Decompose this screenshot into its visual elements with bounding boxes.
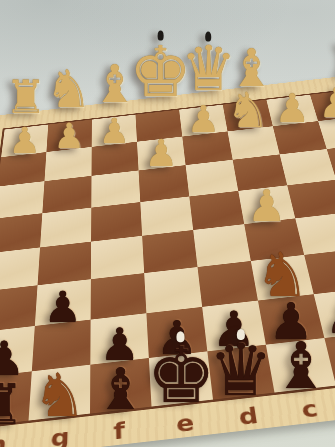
white-king-finial-tip [157,30,163,40]
piece-black-rook-h8[interactable]: ♜ [0,376,25,432]
square-e5[interactable] [142,230,197,273]
piece-white-pawn-d1[interactable]: ♟ [187,102,220,139]
piece-white-knight-tray[interactable]: ♞ [45,63,92,115]
square-d5[interactable] [193,224,251,267]
piece-black-king-e8[interactable]: ♚ [146,337,215,414]
white-queen-finial-tip [206,31,212,41]
piece-white-pawn-h1[interactable]: ♟ [9,123,41,159]
piece-black-bishop-f8[interactable]: ♝ [95,361,146,418]
piece-white-pawn-e2[interactable]: ♟ [145,136,178,173]
square-f6[interactable] [91,273,147,320]
piece-white-pawn-c4[interactable]: ♟ [247,184,286,228]
piece-black-knight-g8[interactable]: ♞ [33,366,87,426]
piece-white-rook-tray[interactable]: ♜ [5,73,46,119]
piece-white-rook-tray[interactable]: ♜ [330,36,335,82]
piece-white-pawn-b1[interactable]: ♟ [274,89,310,129]
piece-white-pawn-g1[interactable]: ♟ [54,119,85,154]
black-king-finial-tip [177,331,185,342]
piece-black-queen-d8[interactable]: ♛ [209,335,273,407]
square-d6[interactable] [197,261,257,307]
chess-photo-canvas: hgfedcba12345678 ♝♛♚♝♞♜♟♟♟♟♟♟♞♟♟♟♟♟♞♟♟♟♟… [0,0,335,447]
piece-black-bishop-c8[interactable]: ♝ [272,334,330,398]
piece-white-knight-c1[interactable]: ♞ [226,87,269,135]
square-b4[interactable] [287,179,335,218]
piece-white-bishop-tray[interactable]: ♝ [91,58,138,110]
black-queen-finial-tip [237,329,245,340]
piece-white-king-tray[interactable]: ♚ [129,37,192,107]
square-e6[interactable] [144,267,202,314]
piece-white-pawn-a1[interactable]: ♟ [318,83,335,124]
square-g5[interactable] [38,242,92,285]
square-f5[interactable] [91,236,144,279]
piece-black-pawn-g6[interactable]: ♟ [44,286,83,329]
piece-white-pawn-f1[interactable]: ♟ [99,114,130,149]
